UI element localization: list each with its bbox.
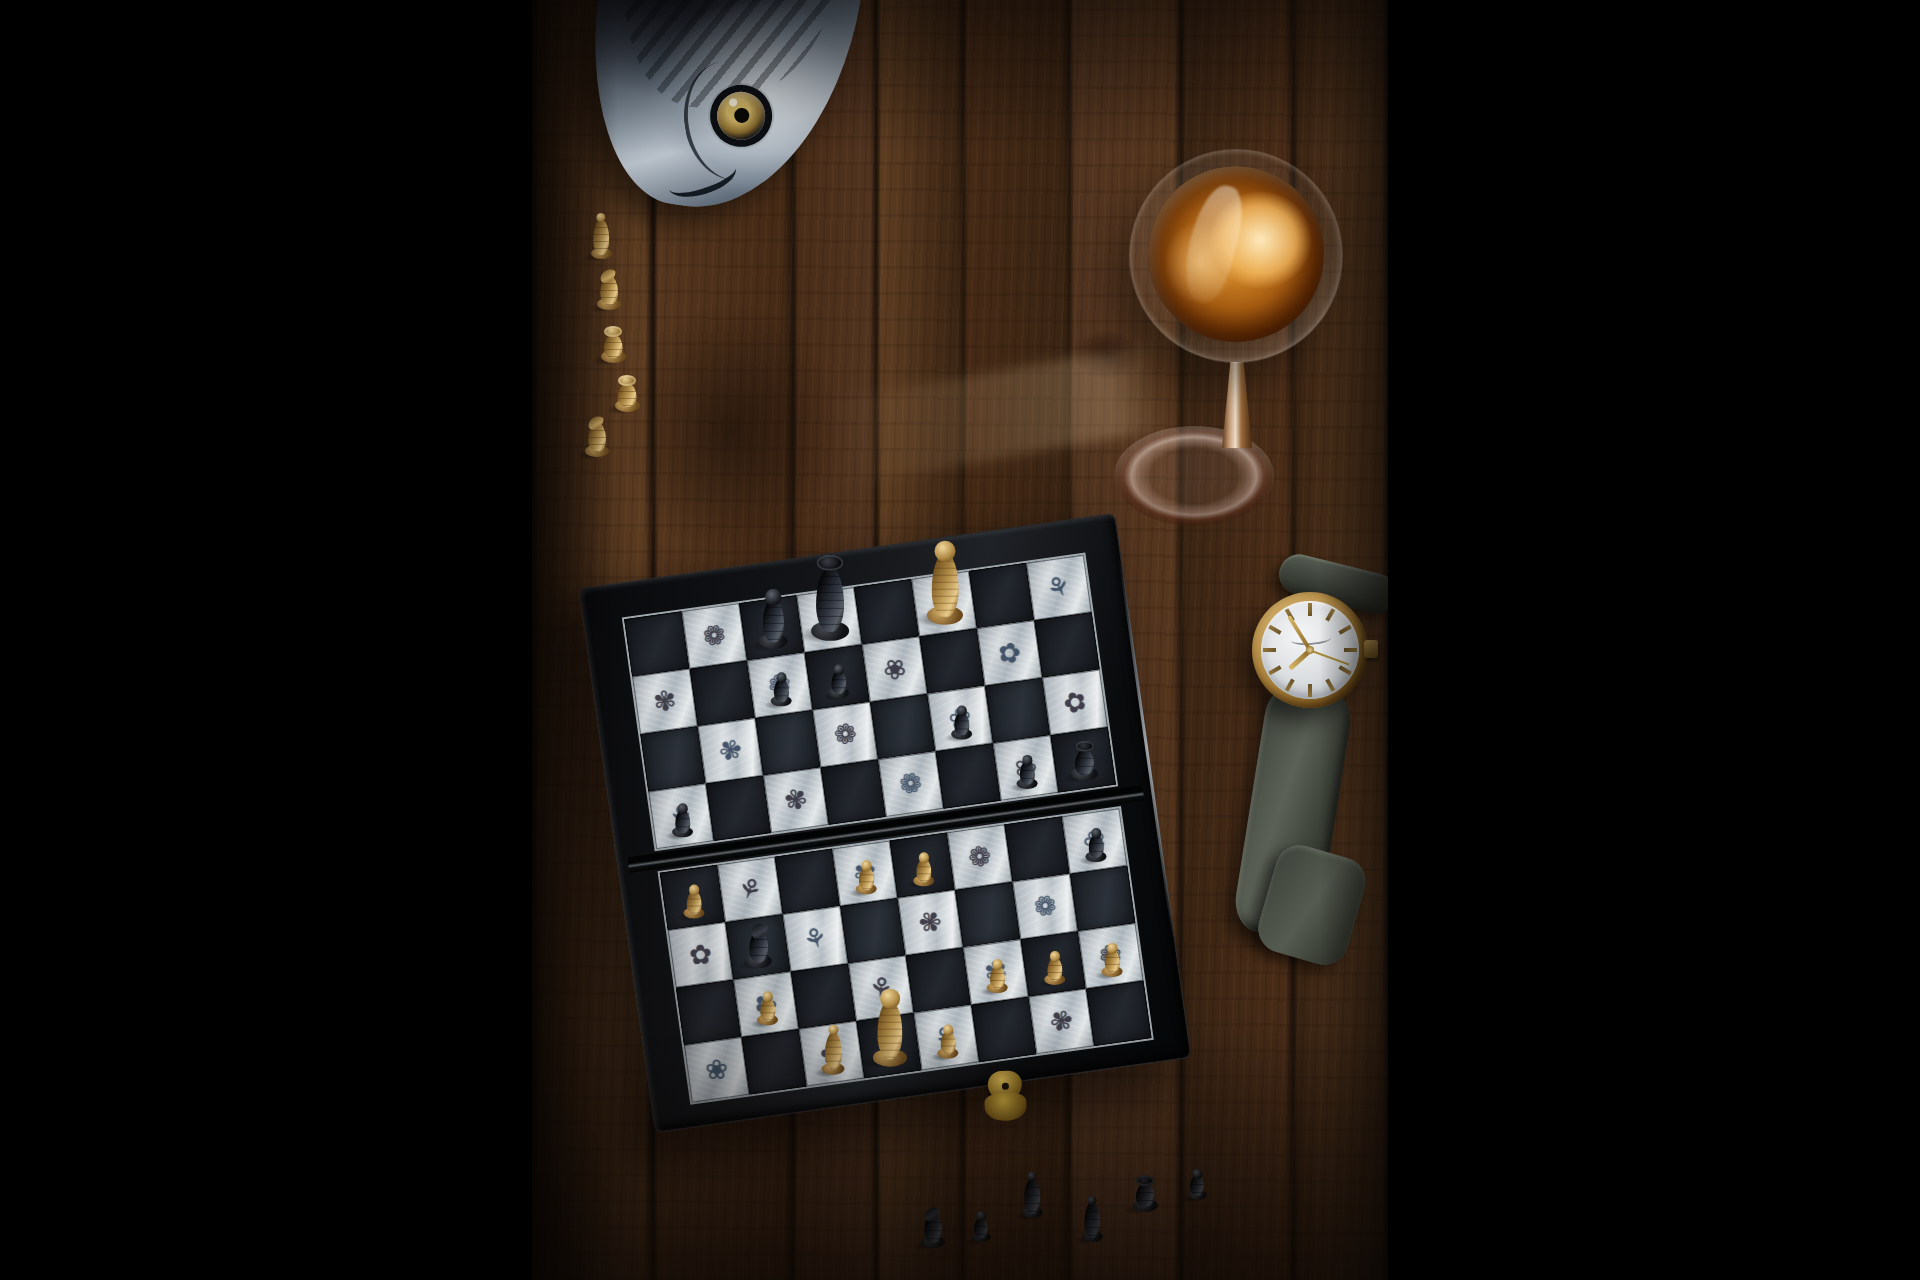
captured-white-knight[interactable] xyxy=(597,268,621,310)
photo-area: ❁❀✿⚘✾❁❀✿✾❁❀✿⚘✾❁❀ ⚘✾❁❀✿⚘✾❁✿⚘✾❁❀✿⚘✾ xyxy=(532,0,1388,1280)
captured-black-knight[interactable] xyxy=(921,1206,945,1248)
piece-flat-top xyxy=(604,326,622,337)
piece-body xyxy=(593,220,609,254)
piece-body xyxy=(618,384,637,407)
piece-flat-top xyxy=(1136,1175,1154,1186)
captured-white-rook[interactable] xyxy=(615,375,640,412)
piece-body xyxy=(1190,1176,1204,1197)
piece-body xyxy=(974,1218,988,1239)
captured-black-pawn[interactable] xyxy=(972,1211,991,1242)
piece-body xyxy=(1084,1203,1100,1237)
photo-stage: ❁❀✿⚘✾❁❀✿✾❁❀✿⚘✾❁❀ ⚘✾❁❀✿⚘✾❁✿⚘✾❁❀✿⚘✾ xyxy=(0,0,1920,1280)
captured-white-bishop[interactable] xyxy=(591,213,612,259)
captured-black-pawn[interactable] xyxy=(1188,1169,1207,1200)
piece-ball-top xyxy=(1192,1169,1202,1179)
piece-ball-top xyxy=(976,1211,986,1221)
piece-body xyxy=(604,335,623,358)
captured-black-bishop[interactable] xyxy=(1022,1172,1043,1218)
captured-white-rook[interactable] xyxy=(601,326,626,363)
captured-black-rook[interactable] xyxy=(1133,1175,1158,1212)
piece-body xyxy=(1136,1184,1155,1207)
captured-pieces-layer xyxy=(532,0,1388,1280)
piece-body xyxy=(1024,1179,1040,1213)
captured-black-bishop[interactable] xyxy=(1082,1196,1103,1242)
piece-flat-top xyxy=(618,375,636,386)
captured-white-knight[interactable] xyxy=(585,415,609,457)
